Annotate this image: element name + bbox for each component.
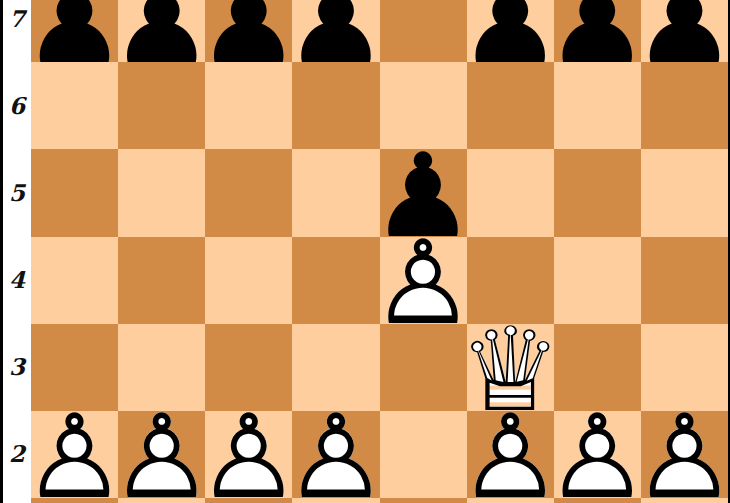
- rank-label-4: 4: [3, 266, 31, 294]
- square-c3[interactable]: [205, 324, 292, 411]
- white-queen-fill: ♛: [467, 327, 554, 414]
- square-e6[interactable]: [380, 62, 467, 149]
- square-h5[interactable]: [641, 149, 728, 236]
- square-g6[interactable]: [554, 62, 641, 149]
- square-e4[interactable]: ♟♙: [380, 237, 467, 324]
- square-a2[interactable]: ♟♙: [31, 411, 118, 498]
- white-pawn-fill: ♟: [118, 414, 205, 501]
- square-d3[interactable]: [292, 324, 379, 411]
- square-c5[interactable]: [205, 149, 292, 236]
- white-pawn-icon: ♙: [31, 414, 118, 501]
- square-g2[interactable]: ♟♙: [554, 411, 641, 498]
- square-e5[interactable]: ♟: [380, 149, 467, 236]
- square-b5[interactable]: [118, 149, 205, 236]
- square-d5[interactable]: [292, 149, 379, 236]
- black-pawn-icon: ♟: [380, 152, 467, 239]
- black-pawn-icon: ♟: [118, 0, 205, 65]
- black-pawn-icon: ♟: [292, 0, 379, 65]
- white-pawn-fill: ♟: [292, 414, 379, 501]
- square-a6[interactable]: [31, 62, 118, 149]
- square-f4[interactable]: [467, 237, 554, 324]
- square-b7[interactable]: ♟: [118, 0, 205, 62]
- square-f7[interactable]: ♟: [467, 0, 554, 62]
- square-b6[interactable]: [118, 62, 205, 149]
- square-f5[interactable]: [467, 149, 554, 236]
- square-b1[interactable]: [118, 498, 205, 503]
- square-f3[interactable]: ♛♕: [467, 324, 554, 411]
- square-g5[interactable]: [554, 149, 641, 236]
- square-d1[interactable]: [292, 498, 379, 503]
- square-a5[interactable]: [31, 149, 118, 236]
- square-a1[interactable]: [31, 498, 118, 503]
- white-pawn-icon: ♙: [641, 414, 728, 501]
- white-pawn-icon: ♙: [467, 414, 554, 501]
- white-pawn-fill: ♟: [380, 240, 467, 327]
- square-g7[interactable]: ♟: [554, 0, 641, 62]
- square-e7[interactable]: [380, 0, 467, 62]
- white-pawn-icon: ♙: [554, 414, 641, 501]
- square-h6[interactable]: [641, 62, 728, 149]
- square-d7[interactable]: ♟: [292, 0, 379, 62]
- rank-label-3: 3: [3, 353, 31, 381]
- square-g1[interactable]: [554, 498, 641, 503]
- white-queen-icon: ♕: [467, 327, 554, 414]
- square-e3[interactable]: [380, 324, 467, 411]
- rank-label-6: 6: [3, 92, 31, 120]
- white-pawn-icon: ♙: [118, 414, 205, 501]
- black-pawn-icon: ♟: [467, 0, 554, 65]
- rank-label-2: 2: [3, 440, 31, 468]
- square-c4[interactable]: [205, 237, 292, 324]
- square-a4[interactable]: [31, 237, 118, 324]
- square-f1[interactable]: [467, 498, 554, 503]
- rank-coordinate-strip: 765432: [3, 0, 31, 503]
- square-d6[interactable]: [292, 62, 379, 149]
- square-h3[interactable]: [641, 324, 728, 411]
- square-h7[interactable]: ♟: [641, 0, 728, 62]
- white-pawn-fill: ♟: [554, 414, 641, 501]
- square-c2[interactable]: ♟♙: [205, 411, 292, 498]
- black-pawn-icon: ♟: [554, 0, 641, 65]
- white-pawn-icon: ♙: [380, 240, 467, 327]
- square-g3[interactable]: [554, 324, 641, 411]
- square-b3[interactable]: [118, 324, 205, 411]
- white-pawn-icon: ♙: [205, 414, 292, 501]
- square-c6[interactable]: [205, 62, 292, 149]
- black-pawn-icon: ♟: [641, 0, 728, 65]
- rank-label-5: 5: [3, 179, 31, 207]
- square-h1[interactable]: [641, 498, 728, 503]
- square-a7[interactable]: ♟: [31, 0, 118, 62]
- white-pawn-fill: ♟: [31, 414, 118, 501]
- square-d2[interactable]: ♟♙: [292, 411, 379, 498]
- black-pawn-icon: ♟: [31, 0, 118, 65]
- square-c1[interactable]: [205, 498, 292, 503]
- white-pawn-icon: ♙: [292, 414, 379, 501]
- square-f2[interactable]: ♟♙: [467, 411, 554, 498]
- square-b4[interactable]: [118, 237, 205, 324]
- chess-board-diagram: ♟♟♟♟♟♟♟♟♟♙♛♕♟♙♟♙♟♙♟♙♟♙♟♙♟♙ 765432: [0, 0, 730, 503]
- white-pawn-fill: ♟: [467, 414, 554, 501]
- square-a3[interactable]: [31, 324, 118, 411]
- square-c7[interactable]: ♟: [205, 0, 292, 62]
- black-pawn-icon: ♟: [205, 0, 292, 65]
- square-e2[interactable]: [380, 411, 467, 498]
- square-h2[interactable]: ♟♙: [641, 411, 728, 498]
- square-g4[interactable]: [554, 237, 641, 324]
- square-e1[interactable]: [380, 498, 467, 503]
- chess-board: ♟♟♟♟♟♟♟♟♟♙♛♕♟♙♟♙♟♙♟♙♟♙♟♙♟♙: [31, 0, 728, 503]
- square-d4[interactable]: [292, 237, 379, 324]
- square-h4[interactable]: [641, 237, 728, 324]
- white-pawn-fill: ♟: [205, 414, 292, 501]
- square-b2[interactable]: ♟♙: [118, 411, 205, 498]
- white-pawn-fill: ♟: [641, 414, 728, 501]
- rank-label-7: 7: [3, 5, 31, 33]
- square-f6[interactable]: [467, 62, 554, 149]
